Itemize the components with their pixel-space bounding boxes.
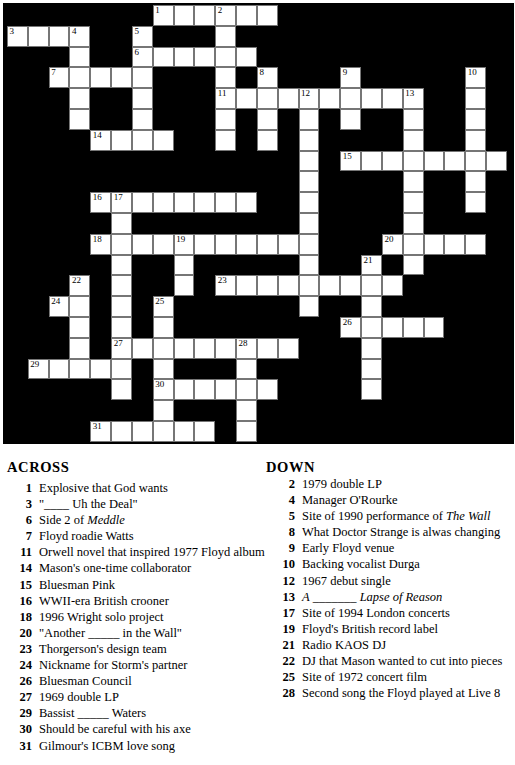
cell-r4c15[interactable] — [319, 88, 340, 109]
cell-r9c10[interactable] — [215, 192, 236, 213]
clue-number: 13 — [266, 589, 295, 605]
cell-r17c1[interactable]: 29 — [28, 359, 49, 380]
clue-number: 3 — [7, 496, 32, 512]
cell-r20c8[interactable] — [174, 421, 195, 442]
clue-number: 7 — [7, 528, 32, 544]
clue-number: 11 — [7, 544, 32, 560]
down-header: DOWN — [266, 459, 315, 476]
clue-number: 15 — [7, 577, 32, 593]
clue-number: 19 — [266, 621, 295, 637]
cell-r12c19[interactable] — [403, 255, 424, 276]
cell-number-10: 10 — [468, 67, 477, 77]
clue-number: 26 — [7, 673, 32, 689]
cell-r16c6[interactable] — [132, 338, 153, 359]
cell-r13c17[interactable] — [361, 275, 382, 296]
clue-text: Bassist _____ Waters — [32, 705, 146, 721]
across-clue-15: 15Bluesman Pink — [7, 577, 259, 593]
across-clue-18: 181996 Wright solo project — [7, 609, 259, 625]
cell-number-23: 23 — [218, 275, 227, 285]
down-clue-8: 8What Doctor Strange is alwas changing — [266, 524, 515, 540]
cell-r0c11[interactable] — [236, 5, 257, 26]
clue-number: 31 — [7, 738, 32, 754]
cell-r5c10[interactable] — [215, 109, 236, 130]
cell-number-9: 9 — [343, 67, 348, 77]
clue-number: 22 — [266, 653, 295, 669]
clue-text: Bluesman Pink — [32, 577, 115, 593]
down-clue-25: 25Site of 1972 concert film — [266, 669, 515, 685]
cell-r9c22[interactable] — [465, 192, 486, 213]
cell-r5c16[interactable] — [340, 109, 361, 130]
cell-r13c16[interactable] — [340, 275, 361, 296]
cell-r9c6[interactable] — [132, 192, 153, 213]
cell-r0c12[interactable] — [257, 5, 278, 26]
cell-r4c16[interactable] — [340, 88, 361, 109]
cell-r13c13[interactable] — [278, 275, 299, 296]
cell-r11c13[interactable] — [278, 234, 299, 255]
cell-r5c19[interactable] — [403, 109, 424, 130]
cell-r9c11[interactable] — [236, 192, 257, 213]
cell-r14c3[interactable] — [69, 296, 90, 317]
clue-text: 1967 debut single — [295, 573, 391, 589]
clue-number: 9 — [266, 540, 295, 556]
cell-number-12: 12 — [301, 88, 310, 98]
cell-r2c9[interactable] — [194, 47, 215, 68]
cell-r4c11[interactable] — [236, 88, 257, 109]
cell-number-16: 16 — [93, 192, 102, 202]
down-clue-12: 121967 debut single — [266, 573, 515, 589]
cell-r17c5[interactable] — [111, 359, 132, 380]
clue-number: 10 — [266, 556, 295, 572]
down-clue-2: 21979 double LP — [266, 476, 515, 492]
cell-r6c7[interactable] — [153, 130, 174, 151]
cell-r3c12[interactable]: 8 — [257, 67, 278, 88]
cell-number-15: 15 — [343, 151, 352, 161]
cell-number-24: 24 — [51, 296, 60, 306]
clue-text: Site of 1990 performance of The Wall — [295, 508, 490, 524]
cell-r13c10[interactable]: 23 — [215, 275, 236, 296]
cell-r13c14[interactable] — [299, 275, 320, 296]
clue-text: Manager O'Rourke — [295, 492, 398, 508]
cell-r20c5[interactable] — [111, 421, 132, 442]
cell-number-26: 26 — [343, 317, 352, 327]
clue-text: Site of 1972 concert film — [295, 669, 427, 685]
cell-r14c7[interactable]: 25 — [153, 296, 174, 317]
down-clue-28: 28Second song the Floyd played at Live 8 — [266, 685, 515, 701]
cell-r14c5[interactable] — [111, 296, 132, 317]
cell-r4c6[interactable] — [132, 88, 153, 109]
cell-r11c10[interactable] — [215, 234, 236, 255]
cell-r3c16[interactable]: 9 — [340, 67, 361, 88]
cell-r1c10[interactable] — [215, 26, 236, 47]
cell-r6c14[interactable] — [299, 130, 320, 151]
cell-r16c3[interactable] — [69, 338, 90, 359]
cell-r3c4[interactable] — [90, 67, 111, 88]
cell-r7c20[interactable] — [424, 151, 445, 172]
cell-r15c16[interactable]: 26 — [340, 317, 361, 338]
cell-r7c21[interactable] — [444, 151, 465, 172]
cell-r20c11[interactable] — [236, 421, 257, 442]
cell-number-29: 29 — [30, 359, 39, 369]
cell-r1c6[interactable]: 5 — [132, 26, 153, 47]
cell-r18c12[interactable] — [257, 379, 278, 400]
down-clue-9: 9Early Floyd venue — [266, 540, 515, 556]
clue-text: "Another _____ in the Wall" — [32, 625, 182, 641]
cell-r5c22[interactable] — [465, 109, 486, 130]
across-clue-26: 26Bluesman Council — [7, 673, 259, 689]
cell-r17c11[interactable] — [236, 359, 257, 380]
cell-r13c8[interactable] — [174, 275, 195, 296]
cell-r13c12[interactable] — [257, 275, 278, 296]
cell-r18c17[interactable] — [361, 379, 382, 400]
cell-r4c14[interactable]: 12 — [299, 88, 320, 109]
cell-r16c7[interactable] — [153, 338, 174, 359]
clue-text: Bluesman Council — [32, 673, 132, 689]
clue-number: 20 — [7, 625, 32, 641]
cell-r4c17[interactable] — [361, 88, 382, 109]
cell-r9c7[interactable] — [153, 192, 174, 213]
cell-r15c18[interactable] — [382, 317, 403, 338]
cell-r11c12[interactable] — [257, 234, 278, 255]
cell-r18c8[interactable] — [174, 379, 195, 400]
cell-number-30: 30 — [155, 379, 164, 389]
cell-r13c11[interactable] — [236, 275, 257, 296]
cell-r14c2[interactable]: 24 — [49, 296, 70, 317]
cell-r16c10[interactable] — [215, 338, 236, 359]
cell-r3c22[interactable]: 10 — [465, 67, 486, 88]
cell-r8c14[interactable] — [299, 171, 320, 192]
cell-r13c15[interactable] — [319, 275, 340, 296]
across-clue-7: 7Floyd roadie Watts — [7, 528, 259, 544]
cell-number-14: 14 — [93, 130, 102, 140]
cell-r18c9[interactable] — [194, 379, 215, 400]
clue-text: Site of 1994 London concerts — [295, 605, 450, 621]
clue-text: 1996 Wright solo project — [32, 609, 164, 625]
cell-r16c9[interactable] — [194, 338, 215, 359]
clue-text: DJ that Mason wanted to cut into pieces — [295, 653, 502, 669]
cell-r18c10[interactable] — [215, 379, 236, 400]
cell-number-18: 18 — [93, 234, 102, 244]
cell-r7c14[interactable] — [299, 151, 320, 172]
cell-r0c9[interactable] — [194, 5, 215, 26]
cell-r5c12[interactable] — [257, 109, 278, 130]
across-clue-11: 11Orwell novel that inspired 1977 Floyd … — [7, 544, 259, 560]
cell-r16c12[interactable] — [257, 338, 278, 359]
down-clue-list: 21979 double LP4Manager O'Rourke5Site of… — [266, 476, 515, 701]
clue-text: Radio KAOS DJ — [295, 637, 386, 653]
clue-text: Nickname for Storm's partner — [32, 657, 187, 673]
clue-text: What Doctor Strange is alwas changing — [295, 524, 500, 540]
cell-r11c21[interactable] — [444, 234, 465, 255]
across-clue-6: 6Side 2 of Meddle — [7, 512, 259, 528]
clue-number: 28 — [266, 685, 295, 701]
cell-r17c3[interactable] — [69, 359, 90, 380]
cell-r3c2[interactable]: 7 — [49, 67, 70, 88]
cell-r16c17[interactable] — [361, 338, 382, 359]
cell-number-21: 21 — [364, 255, 373, 265]
cell-r4c12[interactable] — [257, 88, 278, 109]
crossword-grid: 1234567891011121314151617181920212223242… — [3, 3, 514, 444]
across-clue-23: 23Thorgerson's design team — [7, 641, 259, 657]
cell-r4c13[interactable] — [278, 88, 299, 109]
clue-number: 23 — [7, 641, 32, 657]
cell-r6c6[interactable] — [132, 130, 153, 151]
across-clue-1: 1Explosive that God wants — [7, 480, 259, 496]
cell-number-11: 11 — [218, 88, 227, 98]
clue-text: Mason's one-time collaborator — [32, 560, 191, 576]
cell-r6c22[interactable] — [465, 130, 486, 151]
cell-r9c8[interactable] — [174, 192, 195, 213]
clue-text: 1979 double LP — [295, 476, 382, 492]
down-clue-5: 5Site of 1990 performance of The Wall — [266, 508, 515, 524]
cell-number-31: 31 — [93, 421, 102, 431]
cell-r4c22[interactable] — [465, 88, 486, 109]
across-clue-16: 16WWII-era British crooner — [7, 593, 259, 609]
cell-r18c11[interactable] — [236, 379, 257, 400]
clue-text: A _______ Lapse of Reason — [295, 589, 442, 605]
cell-r1c1[interactable] — [28, 26, 49, 47]
cell-r7c18[interactable] — [382, 151, 403, 172]
cell-r20c7[interactable] — [153, 421, 174, 442]
clue-number: 21 — [266, 637, 295, 653]
cell-r11c20[interactable] — [424, 234, 445, 255]
cell-r2c3[interactable] — [69, 47, 90, 68]
cell-number-20: 20 — [384, 234, 393, 244]
clue-text: Gilmour's ICBM love song — [32, 738, 175, 754]
cell-r9c14[interactable] — [299, 192, 320, 213]
cell-r6c19[interactable] — [403, 130, 424, 151]
clue-number: 6 — [7, 512, 32, 528]
cell-r16c8[interactable] — [174, 338, 195, 359]
cell-r9c4[interactable]: 16 — [90, 192, 111, 213]
across-clue-14: 14Mason's one-time collaborator — [7, 560, 259, 576]
cell-r2c7[interactable] — [153, 47, 174, 68]
clue-text: WWII-era British crooner — [32, 593, 169, 609]
cell-number-4: 4 — [72, 26, 77, 36]
cell-r19c11[interactable] — [236, 400, 257, 421]
cell-r4c18[interactable] — [382, 88, 403, 109]
cell-r11c22[interactable] — [465, 234, 486, 255]
cell-r11c8[interactable]: 19 — [174, 234, 195, 255]
cell-r14c17[interactable] — [361, 296, 382, 317]
clue-number: 1 — [7, 480, 32, 496]
cell-r15c7[interactable] — [153, 317, 174, 338]
cell-r12c17[interactable]: 21 — [361, 255, 382, 276]
cell-r8c22[interactable] — [465, 171, 486, 192]
clue-text: Side 2 of Meddle — [32, 512, 125, 528]
cell-r15c3[interactable] — [69, 317, 90, 338]
cell-r11c6[interactable] — [132, 234, 153, 255]
across-clue-30: 30Should be careful with his axe — [7, 721, 259, 737]
cell-number-7: 7 — [51, 67, 56, 77]
clue-number: 17 — [266, 605, 295, 621]
cell-r5c3[interactable] — [69, 109, 90, 130]
cell-number-13: 13 — [405, 88, 414, 98]
cell-r3c3[interactable] — [69, 67, 90, 88]
across-clue-20: 20"Another _____ in the Wall" — [7, 625, 259, 641]
cell-r17c4[interactable] — [90, 359, 111, 380]
cell-r14c14[interactable] — [299, 296, 320, 317]
cell-number-3: 3 — [10, 26, 15, 36]
across-header: ACROSS — [7, 459, 69, 476]
cell-r4c10[interactable]: 11 — [215, 88, 236, 109]
cell-r3c5[interactable] — [111, 67, 132, 88]
cell-r18c7[interactable]: 30 — [153, 379, 174, 400]
clue-number: 2 — [266, 476, 295, 492]
cell-r6c5[interactable] — [111, 130, 132, 151]
down-clue-10: 10Backing vocalist Durga — [266, 556, 515, 572]
cell-number-28: 28 — [239, 338, 248, 348]
cell-r20c4[interactable]: 31 — [90, 421, 111, 442]
cell-r15c17[interactable] — [361, 317, 382, 338]
clue-number: 12 — [266, 573, 295, 589]
clue-number: 5 — [266, 508, 295, 524]
clue-text: Backing vocalist Durga — [295, 556, 420, 572]
cell-r15c5[interactable] — [111, 317, 132, 338]
cell-r2c8[interactable] — [174, 47, 195, 68]
cell-r17c7[interactable] — [153, 359, 174, 380]
cell-r4c19[interactable]: 13 — [403, 88, 424, 109]
clue-text: Floyd's British record label — [295, 621, 438, 637]
cell-r13c5[interactable] — [111, 275, 132, 296]
clue-number: 16 — [7, 593, 32, 609]
cell-r7c17[interactable] — [361, 151, 382, 172]
across-clue-24: 24Nickname for Storm's partner — [7, 657, 259, 673]
clue-number: 18 — [7, 609, 32, 625]
cell-r5c14[interactable] — [299, 109, 320, 130]
cell-r6c4[interactable]: 14 — [90, 130, 111, 151]
clue-text: Floyd roadie Watts — [32, 528, 134, 544]
cell-r9c9[interactable] — [194, 192, 215, 213]
cell-r9c5[interactable]: 17 — [111, 192, 132, 213]
across-clue-3: 3"____ Uh the Deal" — [7, 496, 259, 512]
cell-r4c3[interactable] — [69, 88, 90, 109]
clue-text: Thorgerson's design team — [32, 641, 167, 657]
cell-r7c16[interactable]: 15 — [340, 151, 361, 172]
cell-r19c7[interactable] — [153, 400, 174, 421]
cell-r3c6[interactable] — [132, 67, 153, 88]
cell-r6c12[interactable] — [257, 130, 278, 151]
cell-r12c5[interactable] — [111, 255, 132, 276]
cell-r11c14[interactable] — [299, 234, 320, 255]
cell-r18c5[interactable] — [111, 379, 132, 400]
cell-number-25: 25 — [155, 296, 164, 306]
clue-number: 8 — [266, 524, 295, 540]
across-clue-27: 271969 double LP — [7, 689, 259, 705]
cell-r0c8[interactable] — [174, 5, 195, 26]
cell-r20c6[interactable] — [132, 421, 153, 442]
down-clue-17: 17Site of 1994 London concerts — [266, 605, 515, 621]
clue-number: 29 — [7, 705, 32, 721]
clue-text: Should be careful with his axe — [32, 721, 191, 737]
crossword-cells: 1234567891011121314151617181920212223242… — [7, 5, 507, 442]
cell-number-8: 8 — [259, 67, 264, 77]
cell-r2c10[interactable] — [215, 47, 236, 68]
clue-number: 27 — [7, 689, 32, 705]
down-clue-4: 4Manager O'Rourke — [266, 492, 515, 508]
cell-r11c5[interactable] — [111, 234, 132, 255]
cell-r20c9[interactable] — [194, 421, 215, 442]
cell-r13c3[interactable]: 22 — [69, 275, 90, 296]
cell-number-6: 6 — [134, 47, 139, 57]
cell-number-1: 1 — [155, 5, 160, 15]
cell-r15c20[interactable] — [424, 317, 445, 338]
clue-number: 14 — [7, 560, 32, 576]
across-clue-31: 31Gilmour's ICBM love song — [7, 738, 259, 754]
cell-r15c19[interactable] — [403, 317, 424, 338]
clue-text: 1969 double LP — [32, 689, 119, 705]
across-clue-29: 29Bassist _____ Waters — [7, 705, 259, 721]
cell-r7c22[interactable] — [465, 151, 486, 172]
cell-r16c13[interactable] — [278, 338, 299, 359]
cell-r3c10[interactable] — [215, 67, 236, 88]
cell-r11c7[interactable] — [153, 234, 174, 255]
crossword-puzzle-page: 1234567891011121314151617181920212223242… — [0, 0, 515, 765]
cell-r8c19[interactable] — [403, 171, 424, 192]
cell-r16c5[interactable]: 27 — [111, 338, 132, 359]
cell-r1c3[interactable]: 4 — [69, 26, 90, 47]
cell-number-2: 2 — [218, 5, 223, 15]
cell-number-17: 17 — [114, 192, 123, 202]
clue-number: 30 — [7, 721, 32, 737]
cell-r2c6[interactable]: 6 — [132, 47, 153, 68]
cell-r10c19[interactable] — [403, 213, 424, 234]
cell-r1c2[interactable] — [49, 26, 70, 47]
cell-r11c19[interactable] — [403, 234, 424, 255]
cell-r11c11[interactable] — [236, 234, 257, 255]
clue-text: Orwell novel that inspired 1977 Floyd al… — [32, 544, 265, 560]
cell-number-5: 5 — [134, 26, 139, 36]
down-clue-22: 22DJ that Mason wanted to cut into piece… — [266, 653, 515, 669]
cell-r0c10[interactable]: 2 — [215, 5, 236, 26]
cell-r7c23[interactable] — [486, 151, 507, 172]
cell-r7c19[interactable] — [403, 151, 424, 172]
cell-r17c17[interactable] — [361, 359, 382, 380]
down-clue-13: 13A _______ Lapse of Reason — [266, 589, 515, 605]
cell-r11c4[interactable]: 18 — [90, 234, 111, 255]
cell-r10c5[interactable] — [111, 213, 132, 234]
cell-r0c7[interactable]: 1 — [153, 5, 174, 26]
cell-r2c11[interactable] — [236, 47, 257, 68]
cell-number-22: 22 — [72, 275, 81, 285]
clue-text: Early Floyd venue — [295, 540, 394, 556]
cell-r5c6[interactable] — [132, 109, 153, 130]
cell-number-27: 27 — [114, 338, 123, 348]
cell-r13c18[interactable] — [382, 275, 403, 296]
down-clue-19: 19Floyd's British record label — [266, 621, 515, 637]
across-clue-list: 1Explosive that God wants3"____ Uh the D… — [7, 480, 259, 754]
cell-r10c14[interactable] — [299, 213, 320, 234]
cell-number-19: 19 — [176, 234, 185, 244]
clue-number: 4 — [266, 492, 295, 508]
clue-text: Explosive that God wants — [32, 480, 168, 496]
clue-number: 25 — [266, 669, 295, 685]
cell-r16c11[interactable]: 28 — [236, 338, 257, 359]
clue-number: 24 — [7, 657, 32, 673]
cell-r17c2[interactable] — [49, 359, 70, 380]
down-clue-21: 21Radio KAOS DJ — [266, 637, 515, 653]
cell-r11c18[interactable]: 20 — [382, 234, 403, 255]
cell-r12c8[interactable] — [174, 255, 195, 276]
cell-r12c14[interactable] — [299, 255, 320, 276]
cell-r11c9[interactable] — [194, 234, 215, 255]
clue-text: "____ Uh the Deal" — [32, 496, 138, 512]
cell-r1c0[interactable]: 3 — [7, 26, 28, 47]
cell-r9c19[interactable] — [403, 192, 424, 213]
clue-text: Second song the Floyd played at Live 8 — [295, 685, 500, 701]
cell-r6c10[interactable] — [215, 130, 236, 151]
